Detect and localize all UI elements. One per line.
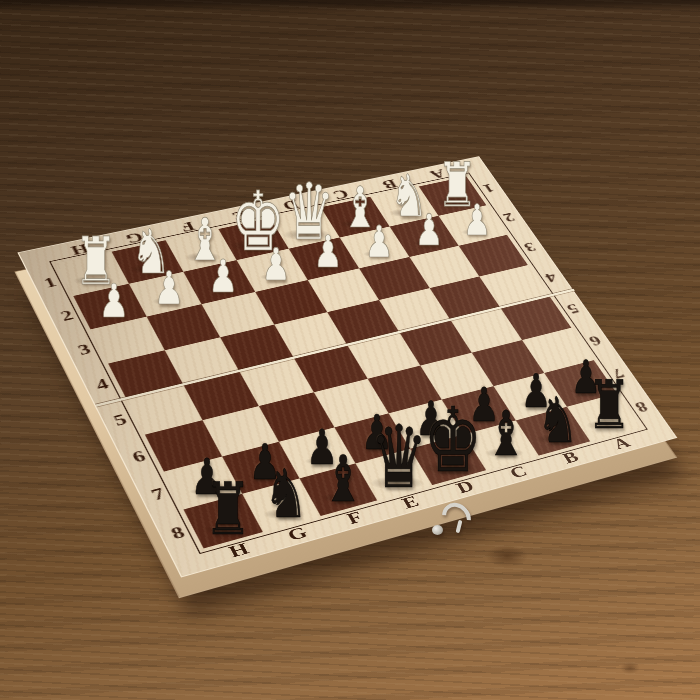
piece-black-bishop-f8[interactable]: ♝ — [314, 448, 371, 512]
white-pawn-glyph: ♟ — [414, 209, 443, 253]
white-pawn-glyph: ♟ — [154, 266, 185, 312]
white-pawn-glyph: ♟ — [261, 242, 291, 287]
black-rook-glyph: ♜ — [204, 473, 252, 545]
piece-white-pawn-d2[interactable]: ♟ — [308, 231, 348, 276]
white-pawn-glyph: ♟ — [208, 254, 238, 300]
piece-white-pawn-c2[interactable]: ♟ — [359, 220, 399, 264]
pieces-layer: ♜♞♝♛♚♝♞♜♟♟♟♟♟♟♟♟♟♟♟♟♟♟♟♟♜♞♝♚♛♝♞♜ — [0, 0, 700, 700]
white-pawn-glyph: ♟ — [364, 220, 393, 264]
black-rook-glyph: ♜ — [587, 372, 631, 438]
white-pawn-glyph: ♟ — [98, 278, 129, 325]
piece-white-pawn-h2[interactable]: ♟ — [93, 278, 135, 325]
black-queen-glyph: ♛ — [370, 414, 427, 500]
black-knight-glyph: ♞ — [538, 389, 580, 452]
piece-white-pawn-e2[interactable]: ♟ — [256, 242, 296, 287]
piece-black-rook-a8[interactable]: ♜ — [579, 372, 639, 438]
white-pawn-glyph: ♟ — [463, 198, 492, 241]
black-bishop-glyph: ♝ — [322, 448, 364, 512]
white-pawn-glyph: ♟ — [313, 231, 343, 276]
black-knight-glyph: ♞ — [264, 461, 308, 528]
piece-black-knight-g8[interactable]: ♞ — [256, 461, 316, 528]
piece-white-pawn-b2[interactable]: ♟ — [409, 209, 448, 253]
piece-black-rook-h8[interactable]: ♜ — [195, 473, 260, 545]
piece-black-knight-b8[interactable]: ♞ — [530, 389, 587, 452]
table-surface: HGFEDCBA HGFEDCBA 12345678 12345678 ♜♞♝♛… — [0, 0, 700, 700]
piece-white-pawn-g2[interactable]: ♟ — [149, 266, 190, 312]
piece-white-pawn-f2[interactable]: ♟ — [203, 254, 244, 300]
piece-white-pawn-a2[interactable]: ♟ — [458, 198, 497, 241]
